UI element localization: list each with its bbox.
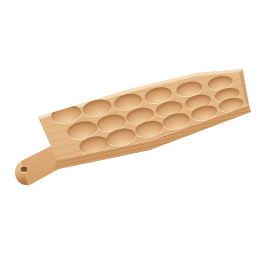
- pit-grid: [0, 0, 260, 260]
- hang-hole: [21, 167, 27, 172]
- product-photo-scene: [0, 0, 260, 260]
